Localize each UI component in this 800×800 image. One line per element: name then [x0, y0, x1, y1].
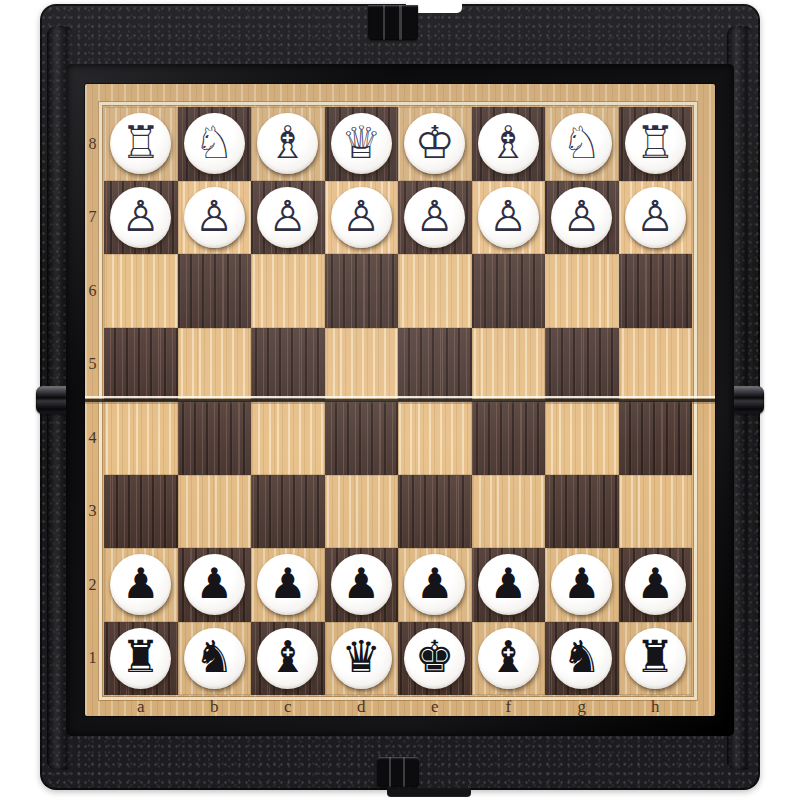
black-knight-icon: ♞ [562, 635, 601, 679]
black-bishop-icon: ♝ [268, 635, 307, 679]
file-labels: abcdefgh [104, 699, 692, 715]
piece-black-pawn-f2[interactable]: ♟ [478, 554, 539, 615]
rank-label-5: 5 [86, 328, 99, 402]
white-pawn-icon: ♙ [415, 195, 454, 238]
piece-white-rook-h8[interactable]: ♖ [625, 113, 686, 174]
piece-black-queen-d1[interactable]: ♛ [331, 628, 392, 689]
file-label-a: a [104, 699, 178, 715]
black-queen-icon: ♛ [342, 635, 381, 679]
white-pawn-icon: ♙ [489, 195, 528, 238]
piece-black-pawn-e2[interactable]: ♟ [404, 554, 465, 615]
piece-white-pawn-h7[interactable]: ♙ [625, 187, 686, 248]
black-pawn-icon: ♟ [563, 563, 601, 605]
piece-white-pawn-c7[interactable]: ♙ [257, 187, 318, 248]
piece-white-queen-d8[interactable]: ♕ [331, 113, 392, 174]
rank-label-8: 8 [86, 107, 99, 181]
rank-label-6: 6 [86, 254, 99, 328]
white-pawn-icon: ♙ [121, 195, 160, 238]
piece-black-pawn-g2[interactable]: ♟ [551, 554, 612, 615]
piece-black-pawn-h2[interactable]: ♟ [625, 554, 686, 615]
white-queen-icon: ♕ [341, 120, 381, 165]
piece-white-pawn-b7[interactable]: ♙ [184, 187, 245, 248]
black-pawn-icon: ♟ [269, 563, 307, 605]
piece-white-pawn-e7[interactable]: ♙ [404, 187, 465, 248]
black-bishop-icon: ♝ [489, 635, 528, 679]
white-pawn-icon: ♙ [195, 195, 234, 238]
travel-chess-photo: 87654321 abcdefgh ♖♘♗♕♔♗♘♖♙♙♙♙♙♙♙♙♟♟♟♟♟♟… [0, 0, 800, 800]
black-pawn-icon: ♟ [195, 563, 233, 605]
black-king-icon: ♚ [415, 635, 454, 679]
white-king-icon: ♔ [415, 120, 455, 165]
piece-black-bishop-f1[interactable]: ♝ [478, 628, 539, 689]
piece-white-bishop-c8[interactable]: ♗ [257, 113, 318, 174]
piece-white-king-e8[interactable]: ♔ [404, 113, 465, 174]
white-knight-icon: ♘ [562, 120, 602, 165]
file-label-c: c [251, 699, 325, 715]
piece-white-pawn-d7[interactable]: ♙ [331, 187, 392, 248]
white-pawn-icon: ♙ [342, 195, 381, 238]
piece-black-pawn-b2[interactable]: ♟ [184, 554, 245, 615]
piece-white-knight-b8[interactable]: ♘ [184, 113, 245, 174]
white-pawn-icon: ♙ [268, 195, 307, 238]
file-label-d: d [325, 699, 399, 715]
chess-board: 87654321 abcdefgh ♖♘♗♕♔♗♘♖♙♙♙♙♙♙♙♙♟♟♟♟♟♟… [85, 84, 715, 716]
piece-white-pawn-g7[interactable]: ♙ [551, 187, 612, 248]
white-pawn-icon: ♙ [562, 195, 601, 238]
white-rook-icon: ♖ [635, 120, 675, 165]
black-pawn-icon: ♟ [122, 563, 160, 605]
piece-black-knight-g1[interactable]: ♞ [551, 628, 612, 689]
file-label-g: g [545, 699, 619, 715]
white-bishop-icon: ♗ [488, 120, 528, 165]
black-pawn-icon: ♟ [416, 563, 454, 605]
black-knight-icon: ♞ [195, 635, 234, 679]
rank-label-2: 2 [86, 548, 99, 622]
piece-white-knight-g8[interactable]: ♘ [551, 113, 612, 174]
file-label-f: f [472, 699, 546, 715]
piece-black-king-e1[interactable]: ♚ [404, 628, 465, 689]
rank-label-3: 3 [86, 475, 99, 549]
white-knight-icon: ♘ [194, 120, 234, 165]
rank-label-1: 1 [86, 622, 99, 696]
white-rook-icon: ♖ [121, 120, 161, 165]
piece-black-pawn-d2[interactable]: ♟ [331, 554, 392, 615]
white-pawn-icon: ♙ [636, 195, 675, 238]
black-rook-icon: ♜ [636, 635, 675, 679]
black-pawn-icon: ♟ [636, 563, 674, 605]
white-bishop-icon: ♗ [268, 120, 308, 165]
black-pawn-icon: ♟ [342, 563, 380, 605]
rank-label-7: 7 [86, 181, 99, 255]
rank-label-4: 4 [86, 401, 99, 475]
piece-black-bishop-c1[interactable]: ♝ [257, 628, 318, 689]
piece-black-rook-a1[interactable]: ♜ [110, 628, 171, 689]
bottom-latch-housing [387, 788, 471, 797]
piece-white-pawn-a7[interactable]: ♙ [110, 187, 171, 248]
pieces-layer: ♖♘♗♕♔♗♘♖♙♙♙♙♙♙♙♙♟♟♟♟♟♟♟♟♜♞♝♛♚♝♞♜ [104, 107, 692, 695]
bottom-latch [377, 757, 419, 787]
black-rook-icon: ♜ [121, 635, 160, 679]
top-latch [368, 5, 418, 40]
black-pawn-icon: ♟ [489, 563, 527, 605]
piece-white-rook-a8[interactable]: ♖ [110, 113, 171, 174]
piece-white-pawn-f7[interactable]: ♙ [478, 187, 539, 248]
piece-black-knight-b1[interactable]: ♞ [184, 628, 245, 689]
piece-black-rook-h1[interactable]: ♜ [625, 628, 686, 689]
piece-black-pawn-a2[interactable]: ♟ [110, 554, 171, 615]
file-label-b: b [178, 699, 252, 715]
piece-white-bishop-f8[interactable]: ♗ [478, 113, 539, 174]
piece-black-pawn-c2[interactable]: ♟ [257, 554, 318, 615]
file-label-h: h [619, 699, 693, 715]
file-label-e: e [398, 699, 472, 715]
